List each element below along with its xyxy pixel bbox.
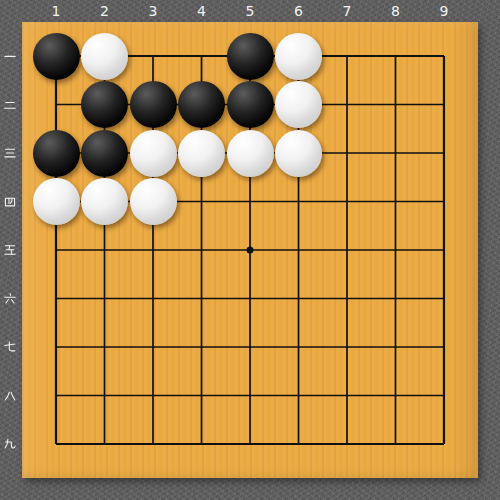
go-game-screen: 123456789 <box>0 0 500 500</box>
black-stone-5-1[interactable] <box>227 33 274 80</box>
column-label-1: 1 <box>44 2 68 20</box>
row-label-8 <box>3 389 17 403</box>
column-label-9: 9 <box>432 2 456 20</box>
star-point <box>247 247 254 254</box>
column-label-4: 4 <box>190 2 214 20</box>
row-label-5 <box>3 243 17 257</box>
row-label-1 <box>3 49 17 63</box>
white-stone-1-4[interactable] <box>33 178 80 225</box>
column-label-5: 5 <box>238 2 262 20</box>
go-board[interactable] <box>22 22 478 478</box>
white-stone-6-1[interactable] <box>275 33 322 80</box>
column-label-8: 8 <box>384 2 408 20</box>
column-label-7: 7 <box>335 2 359 20</box>
white-stone-6-3[interactable] <box>275 130 322 177</box>
black-stone-5-2[interactable] <box>227 81 274 128</box>
white-stone-4-3[interactable] <box>178 130 225 177</box>
row-label-2 <box>3 98 17 112</box>
black-stone-2-3[interactable] <box>81 130 128 177</box>
white-stone-3-3[interactable] <box>130 130 177 177</box>
black-stone-1-3[interactable] <box>33 130 80 177</box>
black-stone-1-1[interactable] <box>33 33 80 80</box>
column-labels: 123456789 <box>22 0 478 22</box>
black-stone-4-2[interactable] <box>178 81 225 128</box>
row-label-3 <box>3 146 17 160</box>
column-label-2: 2 <box>93 2 117 20</box>
row-label-6 <box>3 292 17 306</box>
black-stone-3-2[interactable] <box>130 81 177 128</box>
white-stone-2-1[interactable] <box>81 33 128 80</box>
row-labels <box>0 22 22 478</box>
white-stone-3-4[interactable] <box>130 178 177 225</box>
white-stone-2-4[interactable] <box>81 178 128 225</box>
black-stone-2-2[interactable] <box>81 81 128 128</box>
column-label-6: 6 <box>287 2 311 20</box>
row-label-9 <box>3 437 17 451</box>
row-label-7 <box>3 340 17 354</box>
white-stone-5-3[interactable] <box>227 130 274 177</box>
column-label-3: 3 <box>141 2 165 20</box>
white-stone-6-2[interactable] <box>275 81 322 128</box>
row-label-4 <box>3 195 17 209</box>
